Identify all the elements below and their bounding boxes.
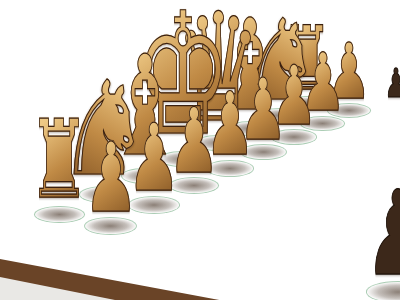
square-a3 (358, 102, 400, 122)
square-f2 (149, 165, 236, 193)
chess-board (10, 88, 400, 300)
square-f5 (304, 195, 391, 227)
piece-shadow (122, 169, 169, 184)
piece-white-pawn-b2: ♟ (300, 43, 346, 123)
piece-white-bishop-f1: ♝ (106, 38, 185, 176)
piece-black-pawn-h7: ♟ (364, 175, 400, 292)
square-d2 (224, 134, 302, 158)
piece-shadow (35, 207, 85, 223)
piece-shadow (85, 218, 136, 234)
piece-shadow (160, 152, 205, 166)
table-edge (0, 0, 400, 300)
square-g5 (267, 215, 359, 250)
square-e1 (141, 140, 223, 165)
piece-white-knight-g1: ♞ (58, 64, 151, 194)
piece-shadow (301, 117, 344, 130)
square-f4 (251, 185, 338, 215)
square-e5 (338, 177, 400, 206)
square-h2 (61, 202, 159, 235)
square-d4 (319, 151, 397, 177)
square-b2 (287, 107, 358, 128)
piece-white-rook-h1: ♜ (28, 106, 90, 214)
cropped-dark-piece: ♟ (385, 63, 400, 103)
square-h5 (226, 237, 324, 275)
square-a2 (315, 95, 383, 114)
product-photo-stage: ♜♞♝♛♚♝♞♜♟♟♟♟♟♟♟♟♟♟♟♟♟♟♟♟♜♞♝♛♚♝♞♜♟ (0, 0, 400, 300)
square-c1 (212, 112, 286, 134)
piece-white-pawn-g2: ♟ (127, 112, 180, 205)
square-e6 (391, 187, 400, 217)
square-h4 (169, 225, 267, 261)
square-d3 (270, 142, 348, 167)
piece-white-bishop-c1: ♝ (214, 3, 286, 129)
piece-white-pawn-c2: ♟ (270, 55, 317, 137)
piece-white-rook-a1: ♜ (282, 15, 332, 103)
square-g2 (107, 183, 199, 214)
square-h1 (10, 192, 107, 224)
pieces-layer: ♜♞♝♛♚♝♞♜♟♟♟♟♟♟♟♟♟♟♟♟♟♟♟♟♜♞♝♛♚♝♞♜♟ (0, 0, 400, 300)
square-d1 (178, 126, 256, 149)
square-g3 (159, 193, 251, 225)
piece-shadow (129, 197, 179, 213)
piece-white-pawn-a2: ♟ (327, 33, 371, 110)
square-d5 (369, 160, 400, 187)
square-g1 (58, 173, 150, 202)
square-e4 (286, 167, 369, 195)
piece-white-pawn-f2: ♟ (168, 96, 220, 186)
piece-white-queen-d1: ♛ (175, 0, 261, 143)
piece-white-pawn-h2: ♟ (83, 130, 138, 226)
square-c3 (302, 128, 377, 151)
square-g6 (325, 227, 400, 263)
square-b3 (331, 114, 400, 136)
square-c4 (349, 136, 400, 160)
piece-shadow (328, 104, 369, 117)
piece-white-pawn-d2: ♟ (239, 67, 288, 152)
board-frame (0, 69, 400, 300)
piece-shadow (259, 109, 300, 122)
square-h7 (348, 263, 400, 300)
piece-shadow (287, 97, 327, 110)
piece-shadow (272, 130, 316, 144)
square-h6 (286, 250, 384, 290)
piece-shadow (207, 161, 254, 176)
square-f1 (101, 156, 188, 183)
piece-shadow (229, 122, 272, 135)
square-b1 (244, 100, 315, 120)
square-a1 (273, 88, 341, 107)
square-e2 (188, 149, 270, 175)
square-g7 (384, 239, 400, 277)
piece-shadow (80, 187, 128, 202)
square-h3 (114, 214, 212, 249)
board-grid (10, 88, 400, 300)
square-g4 (212, 204, 304, 237)
square-b4 (376, 122, 400, 144)
board-front-edge (0, 0, 400, 300)
square-f3 (199, 175, 286, 204)
piece-shadow (170, 178, 218, 193)
square-f6 (360, 206, 400, 239)
piece-white-pawn-e2: ♟ (205, 81, 255, 168)
piece-white-king-e1: ♚ (134, 0, 231, 159)
piece-shadow (196, 136, 240, 150)
piece-shadow (367, 282, 400, 300)
piece-shadow (241, 145, 286, 159)
square-c2 (256, 120, 331, 142)
square-e3 (236, 158, 318, 185)
piece-white-knight-b1: ♞ (239, 4, 319, 116)
